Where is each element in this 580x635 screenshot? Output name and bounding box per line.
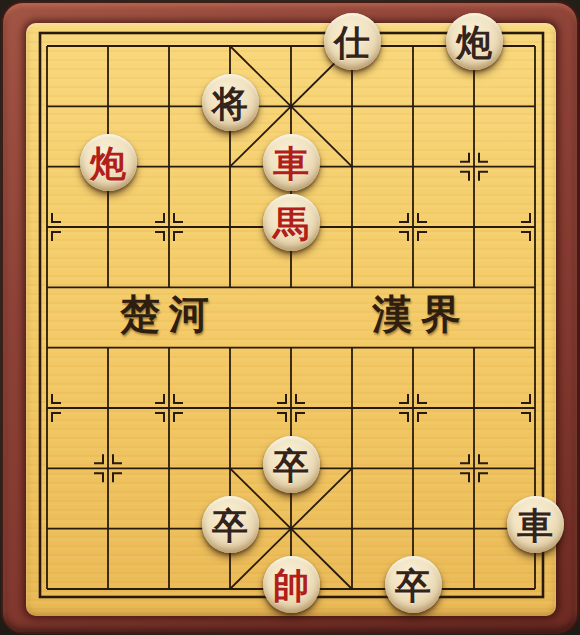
piece-glyph: 炮	[90, 144, 126, 181]
piece-glyph: 帥	[273, 566, 309, 603]
piece-red-cannon[interactable]: 炮	[80, 134, 137, 191]
piece-black-advisor[interactable]: 仕	[324, 13, 381, 70]
piece-red-general[interactable]: 帥	[263, 556, 320, 613]
xiangqi-app: 楚河 漢界 仕炮将炮車馬卒卒車帥卒	[0, 0, 580, 635]
piece-glyph: 将	[212, 84, 248, 121]
piece-red-chariot[interactable]: 車	[263, 134, 320, 191]
piece-red-horse[interactable]: 馬	[263, 194, 320, 251]
piece-black-soldier[interactable]: 卒	[263, 436, 320, 493]
piece-glyph: 炮	[456, 23, 492, 60]
pieces-layer: 仕炮将炮車馬卒卒車帥卒	[17, 16, 566, 619]
piece-black-chariot[interactable]: 車	[507, 496, 564, 553]
piece-black-soldier[interactable]: 卒	[202, 496, 259, 553]
piece-glyph: 卒	[273, 446, 309, 483]
piece-black-soldier[interactable]: 卒	[385, 556, 442, 613]
piece-glyph: 仕	[334, 23, 370, 60]
piece-black-general[interactable]: 将	[202, 74, 259, 131]
piece-glyph: 車	[517, 506, 553, 543]
piece-glyph: 卒	[395, 566, 431, 603]
piece-glyph: 卒	[212, 506, 248, 543]
piece-glyph: 馬	[273, 204, 309, 241]
piece-glyph: 車	[273, 144, 309, 181]
piece-black-cannon[interactable]: 炮	[446, 13, 503, 70]
